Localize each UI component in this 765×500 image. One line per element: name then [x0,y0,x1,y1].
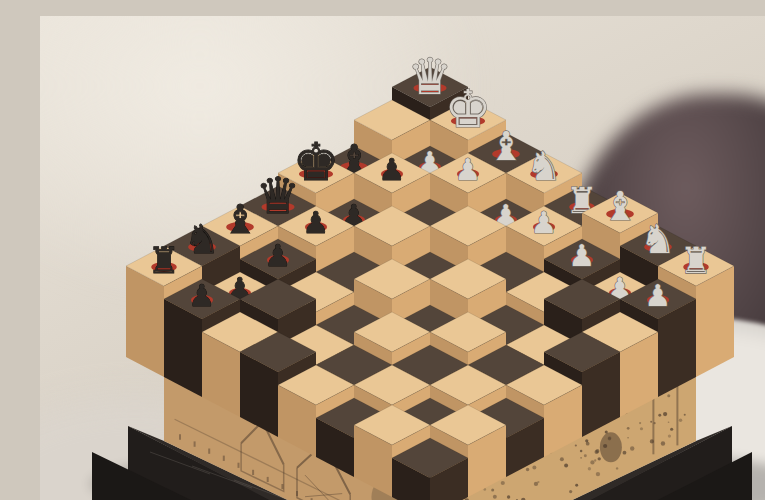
piece-glyph: ♟ [569,238,596,273]
piece-glyph: ♝ [222,196,258,242]
piece-silver-pawn[interactable]: ♟ [645,278,672,313]
right-art-stone-dot [684,414,686,416]
right-art-stone-dot [596,472,600,476]
piece-silver-pawn[interactable]: ♟ [455,152,482,187]
right-art-stone-dot [667,394,670,397]
piece-glyph: ♞ [526,143,562,189]
piece-black-pawn[interactable]: ♟ [379,152,406,187]
right-art-stone-dot [575,484,578,487]
piece-glyph: ♟ [265,238,292,273]
piece-glyph: ♞ [640,216,676,262]
piece-black-pawn[interactable]: ♟ [189,278,216,313]
piece-silver-pawn[interactable]: ♟ [569,238,596,273]
right-art-stone-dot [598,457,601,460]
right-art-stone-dot [627,427,630,430]
right-art-stone-dot [623,451,627,455]
piece-black-pawn[interactable]: ♟ [303,205,330,240]
piece-black-pawn[interactable]: ♟ [265,238,292,273]
piece-glyph: ♝ [602,183,638,229]
right-art-stone-dot [532,465,536,469]
right-art-stone-dot [661,441,665,445]
right-art-stone-dot [595,449,599,453]
right-art-stone-dot [580,457,582,459]
right-art-stone-dot [668,434,671,437]
right-art-stone-dot [658,414,661,417]
piece-glyph: ♚ [445,79,492,139]
piece-glyph: ♛ [256,167,301,225]
piece-black-knight[interactable]: ♞ [184,216,220,262]
right-art-stone-dot [560,457,564,461]
right-art-stone-dot [584,454,587,457]
piece-black-bishop[interactable]: ♝ [222,196,258,242]
right-art-stone-dot [507,495,510,498]
piece-glyph: ♟ [645,278,672,313]
piece-glyph: ♞ [184,216,220,262]
right-art-stone-dot [616,467,618,469]
right-art-stone-dot [650,421,652,423]
right-art-stone-dot [630,446,634,450]
right-art-stone-dot [534,482,538,486]
right-art-stone-dot [526,468,529,471]
piece-glyph: ♜ [148,240,180,281]
piece-glyph: ♜ [680,240,712,281]
piece-silver-knight[interactable]: ♞ [640,216,676,262]
photo-stage: ♛♚♝♟♝♚♟♟♞♛♟♟♜♝♟♟♝♞♟♟♞♜♟♟♜♟♟ [40,16,765,500]
piece-silver-bishop[interactable]: ♝ [602,183,638,229]
right-art-stone-dot [491,488,494,491]
piece-black-rook[interactable]: ♜ [148,240,180,281]
right-art-stone-dot [493,495,497,499]
right-art-stone-dot [640,427,643,430]
right-art-stone-dot [670,428,673,431]
right-art-stone-dot [590,460,594,464]
right-art-stone-dot [594,459,596,461]
piece-glyph: ♟ [379,152,406,187]
right-art-stone-dot [588,467,591,470]
right-art-stone-dot [627,437,629,439]
stepped-chess-set: ♛♚♝♟♝♚♟♟♞♛♟♟♜♝♟♟♝♞♟♟♞♜♟♟♜♟♟ [40,16,765,500]
right-art-stone-dot [580,450,583,453]
piece-silver-rook[interactable]: ♜ [680,240,712,281]
piece-glyph: ♟ [189,278,216,313]
piece-silver-knight[interactable]: ♞ [526,143,562,189]
right-art-arch [600,432,622,462]
piece-silver-king[interactable]: ♚ [445,79,492,139]
right-art-stone-dot [569,490,572,493]
right-art-stone-dot [639,422,641,424]
piece-silver-bishop[interactable]: ♝ [488,123,524,169]
right-art-stone-dot [679,419,682,422]
right-art-stone-dot [663,412,667,416]
piece-glyph: ♟ [531,205,558,240]
right-art-stone-dot [575,444,577,446]
right-art-stone-dot [586,442,590,446]
right-art-stone-dot [668,421,670,423]
piece-black-queen[interactable]: ♛ [256,167,301,225]
piece-glyph: ♟ [303,205,330,240]
piece-silver-pawn[interactable]: ♟ [531,205,558,240]
piece-glyph: ♟ [455,152,482,187]
right-art-stone-dot [501,481,505,485]
right-art-stone-dot [564,464,568,468]
piece-glyph: ♝ [488,123,524,169]
